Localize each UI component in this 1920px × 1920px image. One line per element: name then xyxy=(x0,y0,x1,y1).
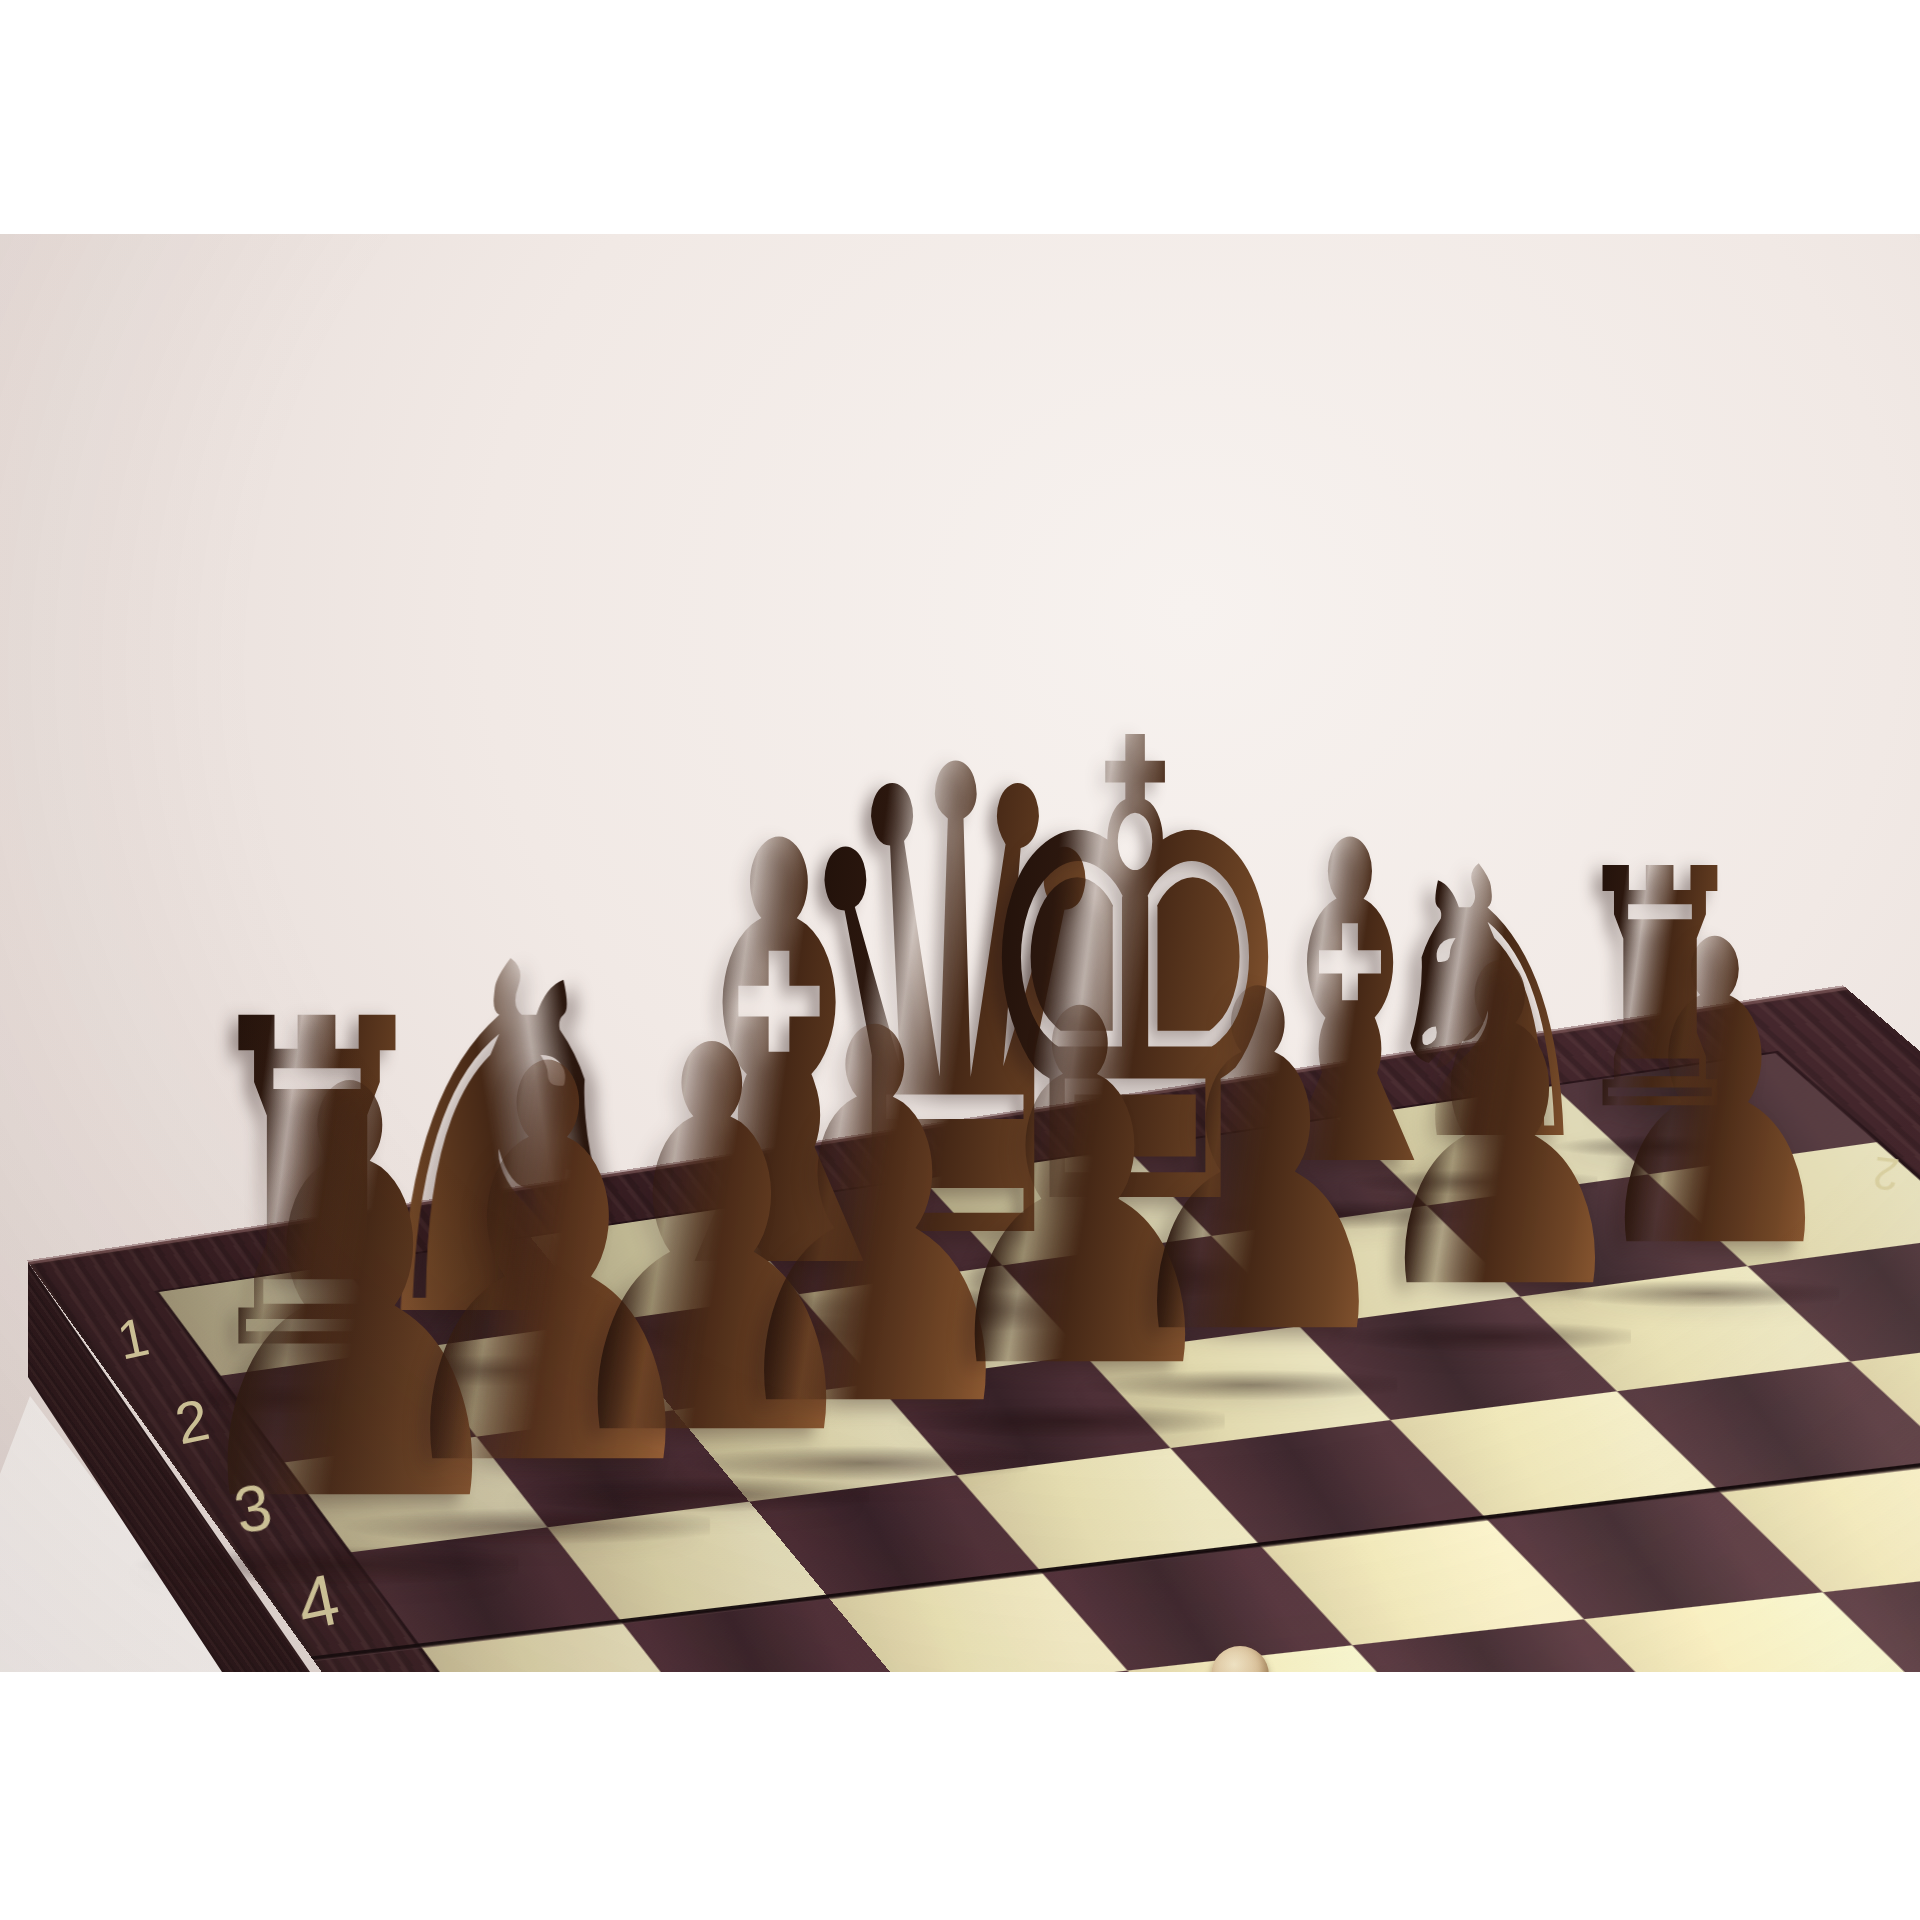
photo-area: ♜♞♝♛♚♝♞♜♟♟♟♟♟♟♟♟ 12342 xyxy=(0,234,1920,1672)
screenshot-canvas: ♜♞♝♛♚♝♞♜♟♟♟♟♟♟♟♟ 12342 xyxy=(0,0,1920,1920)
piece-pawn-h2: ♟ xyxy=(1580,888,1850,1306)
